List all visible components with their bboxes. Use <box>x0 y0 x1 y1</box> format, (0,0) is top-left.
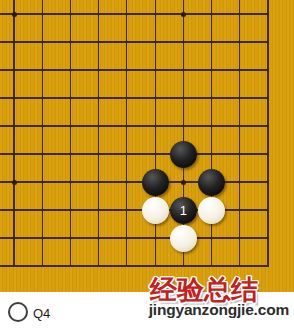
board-point <box>254 56 282 84</box>
board-point <box>56 168 84 196</box>
board-point <box>226 28 254 56</box>
black-stone <box>170 141 197 168</box>
board-point <box>169 224 197 252</box>
board-point <box>85 0 113 28</box>
white-stone-icon <box>8 302 28 322</box>
answer-move-label: Q4 <box>33 306 50 321</box>
board-point <box>28 0 56 28</box>
board-point <box>56 224 84 252</box>
board-point <box>85 112 113 140</box>
board-point <box>254 168 282 196</box>
board-point <box>56 140 84 168</box>
board-point <box>141 84 169 112</box>
board-point <box>56 112 84 140</box>
board-point <box>28 140 56 168</box>
white-stone <box>198 197 225 224</box>
board-point <box>56 0 84 28</box>
board-point <box>197 112 225 140</box>
board-point <box>28 56 56 84</box>
board-point <box>0 196 28 224</box>
board-point <box>254 140 282 168</box>
white-stone <box>170 225 197 252</box>
board-point <box>141 112 169 140</box>
white-stone <box>142 197 169 224</box>
board-point <box>226 112 254 140</box>
board-point <box>169 168 197 196</box>
board-point <box>85 56 113 84</box>
board-point <box>141 28 169 56</box>
go-board: 1 <box>0 0 294 292</box>
board-point <box>197 140 225 168</box>
board-point <box>141 140 169 168</box>
board-point <box>254 0 282 28</box>
board-point <box>226 56 254 84</box>
board-point <box>197 84 225 112</box>
board-point <box>113 84 141 112</box>
board-point <box>226 140 254 168</box>
board-grid: 1 <box>0 0 282 280</box>
board-point <box>226 84 254 112</box>
board-point <box>141 196 169 224</box>
board-point <box>141 168 169 196</box>
board-point <box>197 56 225 84</box>
board-point <box>226 168 254 196</box>
board-point <box>85 28 113 56</box>
board-point <box>226 196 254 224</box>
board-point <box>197 28 225 56</box>
board-point <box>169 28 197 56</box>
board-point <box>0 168 28 196</box>
board-point <box>141 224 169 252</box>
board-point <box>28 224 56 252</box>
board-point <box>254 84 282 112</box>
board-point <box>56 252 84 280</box>
board-point <box>113 252 141 280</box>
board-point <box>28 84 56 112</box>
board-point <box>226 224 254 252</box>
board-point <box>85 252 113 280</box>
board-point <box>56 84 84 112</box>
board-point <box>28 168 56 196</box>
board-point <box>0 224 28 252</box>
board-point <box>0 252 28 280</box>
board-point <box>85 224 113 252</box>
board-point <box>169 0 197 28</box>
board-point <box>113 0 141 28</box>
board-point <box>56 28 84 56</box>
board-point <box>28 196 56 224</box>
board-point <box>113 140 141 168</box>
board-point <box>141 56 169 84</box>
board-point <box>113 224 141 252</box>
board-point <box>254 196 282 224</box>
board-point <box>254 112 282 140</box>
board-point <box>0 56 28 84</box>
watermark-url: jingyanzongjie.com <box>149 301 289 319</box>
black-stone <box>198 169 225 196</box>
move-number-label: 1 <box>180 204 187 217</box>
board-point <box>85 168 113 196</box>
board-point <box>0 84 28 112</box>
board-point <box>113 112 141 140</box>
board-point <box>28 252 56 280</box>
page: 1 Q4 经验总结 jingyanzongjie.com <box>0 0 294 330</box>
board-point <box>56 56 84 84</box>
black-stone <box>142 169 169 196</box>
board-point <box>0 28 28 56</box>
board-point <box>0 0 28 28</box>
board-point <box>226 0 254 28</box>
board-point <box>254 224 282 252</box>
board-point <box>0 112 28 140</box>
board-point <box>169 84 197 112</box>
board-point <box>28 28 56 56</box>
board-point <box>254 28 282 56</box>
board-point <box>56 196 84 224</box>
board-point <box>197 196 225 224</box>
board-point <box>141 0 169 28</box>
board-point <box>113 56 141 84</box>
board-point <box>113 168 141 196</box>
board-point <box>197 168 225 196</box>
board-point <box>254 252 282 280</box>
board-point <box>85 196 113 224</box>
board-point <box>197 0 225 28</box>
board-point <box>85 84 113 112</box>
board-point <box>169 112 197 140</box>
board-point <box>169 56 197 84</box>
board-point <box>113 196 141 224</box>
board-point <box>113 28 141 56</box>
board-point <box>0 140 28 168</box>
board-point <box>169 140 197 168</box>
board-point <box>197 224 225 252</box>
black-stone: 1 <box>170 197 197 224</box>
board-point: 1 <box>169 196 197 224</box>
board-point <box>28 112 56 140</box>
board-point <box>85 140 113 168</box>
